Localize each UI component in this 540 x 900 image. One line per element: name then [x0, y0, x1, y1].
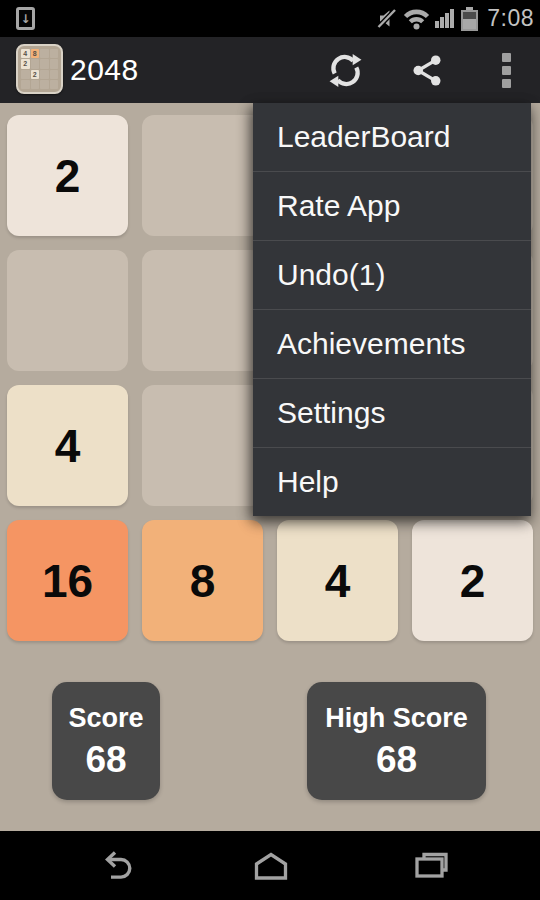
recents-icon[interactable] — [411, 831, 451, 900]
menu-item-help[interactable]: Help — [253, 447, 531, 516]
app-icon-empty-cell — [40, 59, 49, 68]
high-score-value: 68 — [376, 737, 417, 783]
mute-icon — [377, 8, 398, 29]
app-icon-empty-cell — [50, 59, 59, 68]
app-icon-empty-cell — [31, 59, 40, 68]
tile-2: 2 — [412, 520, 533, 641]
app-icon-empty-cell — [21, 70, 30, 79]
app-icon-empty-cell — [50, 49, 59, 58]
app-title: 2048 — [70, 37, 139, 103]
app-icon-tile-4: 4 — [21, 49, 30, 58]
app-bar: 4822 2048 — [0, 37, 540, 103]
back-icon[interactable] — [94, 831, 136, 900]
tile-4: 4 — [277, 520, 398, 641]
home-icon[interactable] — [251, 831, 291, 900]
overflow-menu-icon[interactable] — [496, 37, 516, 103]
tile-2: 2 — [7, 115, 128, 236]
app-icon-mini-board: 4822 — [21, 49, 58, 89]
score-label: Score — [68, 699, 143, 737]
app-icon: 4822 — [16, 44, 63, 94]
empty-cell — [142, 250, 263, 371]
tile-8: 8 — [142, 520, 263, 641]
empty-cell — [142, 385, 263, 506]
app-icon-tile-2: 2 — [21, 59, 30, 68]
phone-screen: ↓ 7:08 — [0, 0, 540, 900]
app-icon-empty-cell — [40, 70, 49, 79]
menu-item-settings[interactable]: Settings — [253, 378, 531, 447]
score-box: Score 68 — [52, 682, 160, 800]
options-menu: LeaderBoardRate AppUndo(1)AchievementsSe… — [253, 103, 531, 516]
app-icon-empty-cell — [40, 49, 49, 58]
empty-cell — [142, 115, 263, 236]
status-time: 7:08 — [487, 5, 534, 32]
tile-4: 4 — [7, 385, 128, 506]
refresh-icon[interactable] — [325, 37, 365, 103]
score-value: 68 — [85, 737, 126, 783]
download-icon: ↓ — [16, 7, 35, 30]
app-icon-empty-cell — [21, 80, 30, 89]
menu-item-rate-app[interactable]: Rate App — [253, 171, 531, 240]
high-score-label: High Score — [325, 699, 468, 737]
signal-icon — [435, 8, 456, 29]
share-icon[interactable] — [409, 37, 445, 103]
app-icon-empty-cell — [50, 80, 59, 89]
empty-cell — [7, 250, 128, 371]
status-icons: 7:08 — [377, 0, 534, 37]
app-icon-empty-cell — [50, 70, 59, 79]
tile-16: 16 — [7, 520, 128, 641]
app-icon-empty-cell — [31, 80, 40, 89]
high-score-box: High Score 68 — [307, 682, 486, 800]
app-icon-tile-8: 8 — [31, 49, 40, 58]
app-icon-tile-2: 2 — [31, 70, 40, 79]
battery-icon — [461, 7, 478, 31]
wifi-icon — [403, 8, 430, 30]
menu-item-leaderboard[interactable]: LeaderBoard — [253, 103, 531, 171]
menu-item-undo[interactable]: Undo(1) — [253, 240, 531, 309]
app-icon-empty-cell — [40, 80, 49, 89]
menu-item-achievements[interactable]: Achievements — [253, 309, 531, 378]
nav-bar — [0, 831, 540, 900]
status-bar: ↓ 7:08 — [0, 0, 540, 37]
